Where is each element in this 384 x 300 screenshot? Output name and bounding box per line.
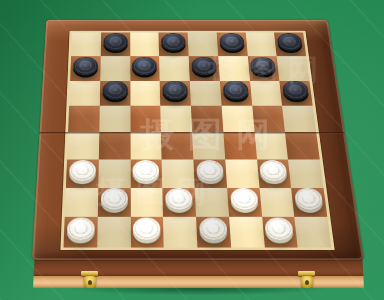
square-g4[interactable] [252,106,285,132]
white-checker[interactable] [265,218,295,241]
square-c7[interactable] [130,188,163,217]
black-checker[interactable] [73,57,98,75]
square-g3[interactable] [250,81,283,106]
white-checker[interactable] [196,160,224,181]
square-a4[interactable] [68,106,99,132]
square-g2[interactable] [247,56,279,80]
board-front-edge [33,257,364,288]
square-h5[interactable] [285,132,320,159]
square-g1[interactable] [245,32,276,56]
clasp-body [84,276,96,289]
black-checker[interactable] [132,57,157,75]
square-d6[interactable] [162,159,195,187]
square-e5[interactable] [192,132,225,159]
square-d5[interactable] [161,132,193,159]
square-c2[interactable] [130,56,160,80]
square-c5[interactable] [130,132,162,159]
square-h1[interactable] [274,32,306,56]
square-b1[interactable] [101,32,130,56]
white-checker[interactable] [133,218,161,241]
square-g8[interactable] [262,217,298,248]
white-checker[interactable] [259,160,287,181]
square-d2[interactable] [159,56,190,80]
black-checker[interactable] [277,33,303,50]
square-h4[interactable] [282,106,316,132]
square-b8[interactable] [97,217,130,248]
square-h6[interactable] [288,159,323,187]
square-d1[interactable] [159,32,189,56]
black-checker[interactable] [282,81,309,100]
square-f5[interactable] [223,132,256,159]
board-fold-seam [40,132,345,133]
square-e2[interactable] [189,56,220,80]
square-f4[interactable] [221,106,254,132]
square-e1[interactable] [188,32,218,56]
black-checker[interactable] [191,57,217,75]
square-g6[interactable] [257,159,292,187]
square-a8[interactable] [63,217,97,248]
clasp-body [301,276,313,289]
square-b5[interactable] [99,132,131,159]
square-e7[interactable] [195,188,229,217]
white-checker[interactable] [67,218,95,241]
square-e6[interactable] [193,159,226,187]
square-h2[interactable] [277,56,310,80]
white-checker[interactable] [199,218,228,241]
square-c3[interactable] [130,81,161,106]
square-h8[interactable] [295,217,332,248]
square-a3[interactable] [69,81,100,106]
black-checker[interactable] [162,81,188,100]
square-c6[interactable] [130,159,162,187]
square-f3[interactable] [220,81,252,106]
white-checker[interactable] [230,188,259,210]
white-checker[interactable] [100,188,127,210]
square-c4[interactable] [130,106,161,132]
square-e8[interactable] [196,217,231,248]
playing-area [60,31,334,250]
board-grid [63,32,331,247]
square-f6[interactable] [225,159,259,187]
checkers-board[interactable] [32,20,364,260]
square-a5[interactable] [67,132,99,159]
square-g5[interactable] [254,132,288,159]
square-f8[interactable] [229,217,265,248]
black-checker[interactable] [222,81,248,100]
square-d8[interactable] [163,217,197,248]
square-b4[interactable] [99,106,130,132]
white-checker[interactable] [294,188,324,210]
black-checker[interactable] [161,33,186,50]
square-e4[interactable] [191,106,223,132]
square-f7[interactable] [227,188,262,217]
square-d4[interactable] [160,106,192,132]
square-b2[interactable] [100,56,130,80]
black-checker[interactable] [103,33,127,50]
square-b6[interactable] [98,159,130,187]
square-e3[interactable] [190,81,222,106]
white-checker[interactable] [133,160,160,181]
black-checker[interactable] [102,81,127,100]
square-c8[interactable] [130,217,164,248]
square-a2[interactable] [70,56,100,80]
black-checker[interactable] [250,57,276,75]
square-c1[interactable] [130,32,159,56]
square-a7[interactable] [65,188,98,217]
black-checker[interactable] [219,33,244,50]
square-a6[interactable] [66,159,99,187]
square-g7[interactable] [259,188,294,217]
white-checker[interactable] [69,160,96,181]
square-h3[interactable] [280,81,313,106]
square-f2[interactable] [218,56,250,80]
square-a1[interactable] [71,32,101,56]
clasp-keyhole [88,280,92,285]
square-f1[interactable] [216,32,247,56]
square-d7[interactable] [162,188,196,217]
square-d3[interactable] [160,81,191,106]
square-h7[interactable] [291,188,327,217]
photo-stage: 摄图网 摄图网 摄图网 [0,0,384,300]
square-b3[interactable] [100,81,130,106]
square-b7[interactable] [98,188,131,217]
white-checker[interactable] [165,188,193,210]
clasp-keyhole [305,280,309,285]
